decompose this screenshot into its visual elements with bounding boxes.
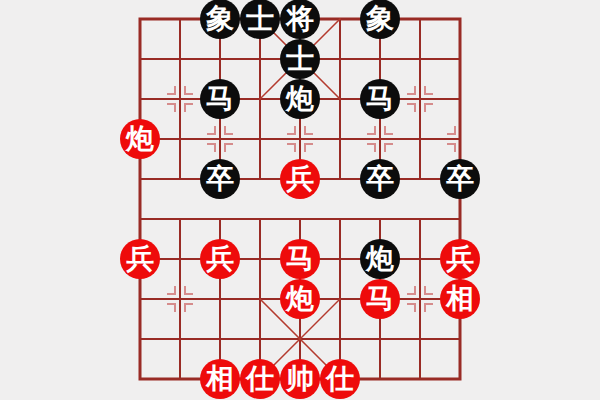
piece-red-horse[interactable]: 马: [360, 279, 400, 319]
piece-black-advisor[interactable]: 士: [280, 39, 320, 79]
piece-red-general[interactable]: 帅: [280, 359, 320, 399]
piece-black-cannon[interactable]: 炮: [360, 239, 400, 279]
xiangqi-board[interactable]: 象士将象士马炮马炮卒兵卒卒兵兵马炮兵炮马相相仕帅仕: [140, 19, 460, 379]
piece-black-horse[interactable]: 马: [360, 79, 400, 119]
piece-black-horse[interactable]: 马: [200, 79, 240, 119]
piece-red-soldier[interactable]: 兵: [200, 239, 240, 279]
piece-red-cannon[interactable]: 炮: [120, 119, 160, 159]
piece-red-soldier[interactable]: 兵: [280, 159, 320, 199]
piece-red-cannon[interactable]: 炮: [280, 279, 320, 319]
piece-red-soldier[interactable]: 兵: [120, 239, 160, 279]
piece-red-soldier[interactable]: 兵: [440, 239, 480, 279]
piece-black-advisor[interactable]: 士: [240, 0, 280, 39]
xiangqi-app: 象士将象士马炮马炮卒兵卒卒兵兵马炮兵炮马相相仕帅仕: [0, 0, 600, 400]
piece-red-advisor[interactable]: 仕: [240, 359, 280, 399]
piece-black-soldier[interactable]: 卒: [360, 159, 400, 199]
piece-black-soldier[interactable]: 卒: [440, 159, 480, 199]
piece-black-elephant[interactable]: 象: [360, 0, 400, 39]
piece-black-soldier[interactable]: 卒: [200, 159, 240, 199]
pieces-layer: 象士将象士马炮马炮卒兵卒卒兵兵马炮兵炮马相相仕帅仕: [140, 19, 460, 379]
piece-red-elephant[interactable]: 相: [200, 359, 240, 399]
piece-red-advisor[interactable]: 仕: [320, 359, 360, 399]
piece-red-elephant[interactable]: 相: [440, 279, 480, 319]
piece-black-elephant[interactable]: 象: [200, 0, 240, 39]
piece-black-general[interactable]: 将: [280, 0, 320, 39]
piece-red-horse[interactable]: 马: [280, 239, 320, 279]
piece-black-cannon[interactable]: 炮: [280, 79, 320, 119]
